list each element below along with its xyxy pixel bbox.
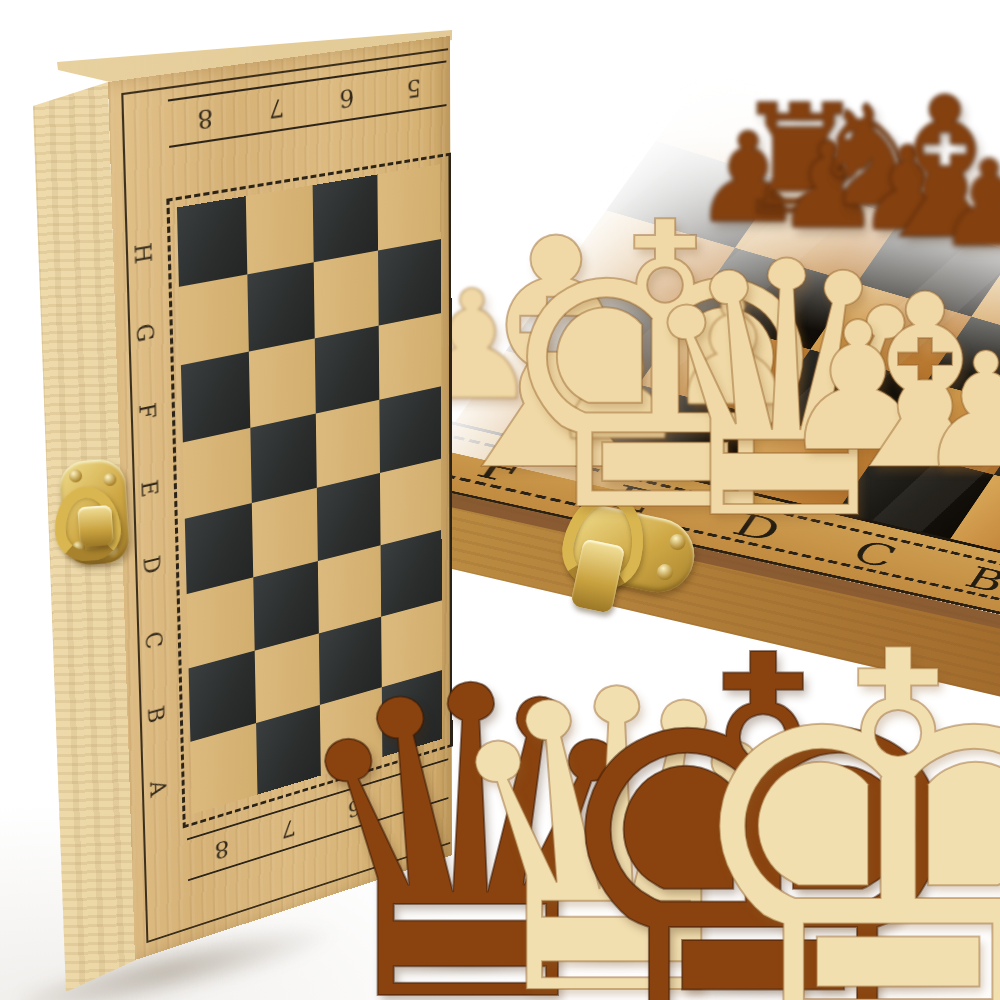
box-square	[377, 164, 440, 250]
box-square	[379, 313, 441, 400]
box-square	[315, 326, 380, 414]
piece-fg-light-king: ♚	[669, 588, 1000, 1000]
box-square	[181, 352, 250, 443]
box-square	[246, 185, 314, 274]
piece-light-pawn-right: ♟	[915, 331, 1000, 490]
box-brass-clasp	[48, 449, 147, 585]
stage: FEDCBA ♟♜♟♞♟♝♟♟♝♟♚♟♛♟♝♟ 8765 8765 HGFEDC…	[0, 0, 1000, 1000]
rank-label: 8	[168, 91, 242, 146]
box-square	[314, 251, 379, 339]
rank-label: 5	[380, 62, 446, 114]
box-square	[177, 196, 247, 287]
clasp-tongue	[77, 505, 114, 547]
box-square	[378, 239, 441, 325]
box-square	[313, 174, 378, 262]
rank-label: 7	[241, 81, 312, 135]
box-square	[249, 338, 316, 427]
box-square	[179, 274, 249, 365]
box-square	[247, 262, 314, 351]
rank-label: 6	[312, 72, 381, 125]
